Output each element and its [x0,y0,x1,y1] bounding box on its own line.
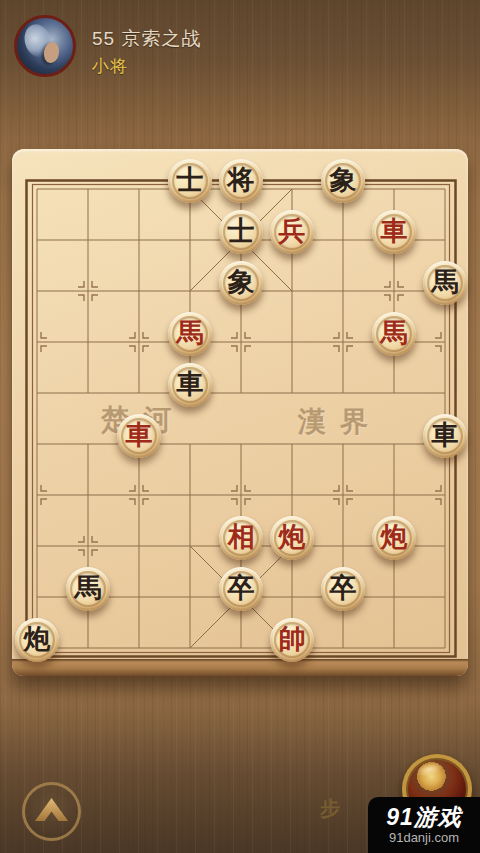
board-piece-red-7-7[interactable]: 炮 [372,516,416,560]
piece-char: 兵 [279,218,306,245]
piece-char: 炮 [24,626,51,653]
expand-button[interactable] [22,782,81,841]
game-screen: 55 京索之战 小将 楚河 漢界 士将象士兵車象馬馬馬車車車相炮炮馬卒卒炮帥 步… [0,0,480,853]
watermark-url: 91danji.com [389,831,459,845]
rank-label: 小将 [92,55,128,78]
watermark: 91游戏 91danji.com [368,797,480,853]
board-piece-black-4-1[interactable]: 士 [219,210,263,254]
level-title: 55 京索之战 [92,26,201,52]
board-piece-red-3-3[interactable]: 馬 [168,312,212,356]
piece-char: 帥 [279,626,306,653]
river-label-right: 漢界 [298,403,382,441]
piece-char: 馬 [177,320,204,347]
board-piece-black-6-0[interactable]: 象 [321,159,365,203]
piece-char: 炮 [279,524,306,551]
piece-char: 車 [177,371,204,398]
board-piece-black-1-8[interactable]: 馬 [66,567,110,611]
step-count-label: 步 [320,795,340,822]
piece-char: 象 [330,167,357,194]
piece-char: 車 [432,422,459,449]
board-piece-black-4-8[interactable]: 卒 [219,567,263,611]
board-piece-black-8-2[interactable]: 馬 [423,261,467,305]
piece-char: 士 [177,167,204,194]
watermark-logo: 91游戏 [386,805,462,830]
piece-char: 馬 [381,320,408,347]
board-piece-black-4-0[interactable]: 将 [219,159,263,203]
piece-char: 車 [381,218,408,245]
board-piece-red-2-5[interactable]: 車 [117,414,161,458]
piece-char: 象 [228,269,255,296]
piece-char: 相 [228,524,255,551]
piece-char: 士 [228,218,255,245]
chevron-up-icon [25,785,78,838]
board-piece-red-5-9[interactable]: 帥 [270,618,314,662]
board-piece-black-6-8[interactable]: 卒 [321,567,365,611]
piece-char: 卒 [330,575,357,602]
piece-char: 馬 [75,575,102,602]
board-piece-black-8-5[interactable]: 車 [423,414,467,458]
board-piece-black-3-4[interactable]: 車 [168,363,212,407]
board-piece-red-7-1[interactable]: 車 [372,210,416,254]
piece-char: 炮 [381,524,408,551]
board-piece-black-3-0[interactable]: 士 [168,159,212,203]
avatar[interactable] [14,15,76,77]
board-piece-black-4-2[interactable]: 象 [219,261,263,305]
board-piece-black-0-9[interactable]: 炮 [15,618,59,662]
piece-char: 馬 [432,269,459,296]
board-piece-red-4-7[interactable]: 相 [219,516,263,560]
piece-char: 卒 [228,575,255,602]
board-piece-red-5-1[interactable]: 兵 [270,210,314,254]
board-piece-red-7-3[interactable]: 馬 [372,312,416,356]
piece-char: 車 [126,422,153,449]
piece-char: 将 [228,167,255,194]
board-piece-red-5-7[interactable]: 炮 [270,516,314,560]
